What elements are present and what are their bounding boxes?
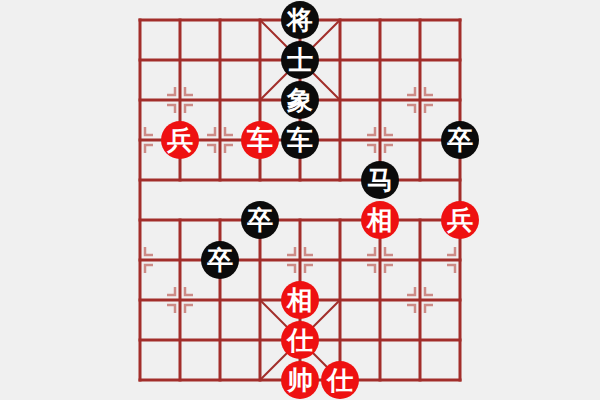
black-horse[interactable]: 马	[361, 161, 399, 199]
black-advisor[interactable]: 士	[281, 41, 319, 79]
red-soldier[interactable]: 兵	[161, 121, 199, 159]
black-soldier[interactable]: 卒	[241, 201, 279, 239]
red-soldier[interactable]: 兵	[441, 201, 479, 239]
red-advisor[interactable]: 仕	[281, 321, 319, 359]
red-general[interactable]: 帅	[281, 361, 319, 399]
black-soldier[interactable]: 卒	[441, 121, 479, 159]
xiangqi-board-grid: 将士象兵车车卒马卒相兵卒相仕帅仕	[120, 0, 480, 400]
black-general[interactable]: 将	[281, 1, 319, 39]
app-background: 将士象兵车车卒马卒相兵卒相仕帅仕	[0, 0, 600, 400]
black-elephant[interactable]: 象	[281, 81, 319, 119]
black-soldier[interactable]: 卒	[201, 241, 239, 279]
red-elephant[interactable]: 相	[281, 281, 319, 319]
red-chariot[interactable]: 车	[241, 121, 279, 159]
red-elephant[interactable]: 相	[361, 201, 399, 239]
red-advisor[interactable]: 仕	[321, 361, 359, 399]
black-chariot[interactable]: 车	[281, 121, 319, 159]
